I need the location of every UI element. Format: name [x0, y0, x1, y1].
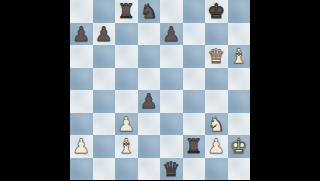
- piece-white-king[interactable]: ♚: [228, 135, 251, 158]
- square-e5[interactable]: [160, 68, 183, 91]
- square-c2[interactable]: ♝: [115, 135, 138, 158]
- piece-black-knight[interactable]: ♞: [138, 0, 161, 23]
- square-e6[interactable]: [160, 45, 183, 68]
- square-d6[interactable]: [138, 45, 161, 68]
- square-f1[interactable]: [183, 158, 206, 181]
- square-c8[interactable]: ♜: [115, 0, 138, 23]
- square-b1[interactable]: [93, 158, 116, 181]
- square-e1[interactable]: ♛: [160, 158, 183, 181]
- square-e2[interactable]: [160, 135, 183, 158]
- square-a8[interactable]: [70, 0, 93, 23]
- piece-white-pawn[interactable]: ♟: [205, 135, 228, 158]
- square-f8[interactable]: [183, 0, 206, 23]
- piece-white-bishop[interactable]: ♝: [115, 135, 138, 158]
- square-d7[interactable]: [138, 23, 161, 46]
- letterbox-right: [250, 0, 320, 180]
- square-h4[interactable]: [228, 90, 251, 113]
- piece-white-queen[interactable]: ♛: [205, 45, 228, 68]
- square-g8[interactable]: ♚: [205, 0, 228, 23]
- square-e3[interactable]: [160, 113, 183, 136]
- square-d1[interactable]: [138, 158, 161, 181]
- square-a2[interactable]: ♟: [70, 135, 93, 158]
- square-d2[interactable]: [138, 135, 161, 158]
- chess-board: ♜♞♚♟♟♟♛♝♟♟♞♟♝♜♟♚♛: [70, 0, 250, 180]
- piece-white-knight[interactable]: ♞: [205, 113, 228, 136]
- piece-black-pawn[interactable]: ♟: [138, 90, 161, 113]
- square-a7[interactable]: ♟: [70, 23, 93, 46]
- square-a1[interactable]: [70, 158, 93, 181]
- letterbox-left: [0, 0, 70, 180]
- square-g1[interactable]: [205, 158, 228, 181]
- piece-black-king[interactable]: ♚: [205, 0, 228, 23]
- square-h8[interactable]: [228, 0, 251, 23]
- square-g6[interactable]: ♛: [205, 45, 228, 68]
- piece-black-pawn[interactable]: ♟: [70, 23, 93, 46]
- square-g5[interactable]: [205, 68, 228, 91]
- square-f7[interactable]: [183, 23, 206, 46]
- piece-black-pawn[interactable]: ♟: [160, 23, 183, 46]
- square-a4[interactable]: [70, 90, 93, 113]
- square-c4[interactable]: [115, 90, 138, 113]
- square-b2[interactable]: [93, 135, 116, 158]
- square-e7[interactable]: ♟: [160, 23, 183, 46]
- piece-black-rook[interactable]: ♜: [183, 135, 206, 158]
- square-e8[interactable]: [160, 0, 183, 23]
- square-b6[interactable]: [93, 45, 116, 68]
- square-g2[interactable]: ♟: [205, 135, 228, 158]
- square-b3[interactable]: [93, 113, 116, 136]
- square-c5[interactable]: [115, 68, 138, 91]
- square-h5[interactable]: [228, 68, 251, 91]
- square-a3[interactable]: [70, 113, 93, 136]
- square-d4[interactable]: ♟: [138, 90, 161, 113]
- piece-white-pawn[interactable]: ♟: [115, 113, 138, 136]
- square-h6[interactable]: ♝: [228, 45, 251, 68]
- piece-black-pawn[interactable]: ♟: [93, 23, 116, 46]
- square-f6[interactable]: [183, 45, 206, 68]
- square-b7[interactable]: ♟: [93, 23, 116, 46]
- square-d5[interactable]: [138, 68, 161, 91]
- piece-white-bishop[interactable]: ♝: [228, 45, 251, 68]
- square-d3[interactable]: [138, 113, 161, 136]
- square-c6[interactable]: [115, 45, 138, 68]
- piece-black-rook[interactable]: ♜: [115, 0, 138, 23]
- square-f4[interactable]: [183, 90, 206, 113]
- square-a6[interactable]: [70, 45, 93, 68]
- square-h3[interactable]: [228, 113, 251, 136]
- square-f5[interactable]: [183, 68, 206, 91]
- square-b4[interactable]: [93, 90, 116, 113]
- square-g7[interactable]: [205, 23, 228, 46]
- square-b5[interactable]: [93, 68, 116, 91]
- square-h7[interactable]: [228, 23, 251, 46]
- square-g3[interactable]: ♞: [205, 113, 228, 136]
- square-h2[interactable]: ♚: [228, 135, 251, 158]
- square-c1[interactable]: [115, 158, 138, 181]
- square-c7[interactable]: [115, 23, 138, 46]
- square-b8[interactable]: [93, 0, 116, 23]
- piece-black-queen[interactable]: ♛: [160, 158, 183, 181]
- square-f2[interactable]: ♜: [183, 135, 206, 158]
- square-g4[interactable]: [205, 90, 228, 113]
- square-d8[interactable]: ♞: [138, 0, 161, 23]
- square-h1[interactable]: [228, 158, 251, 181]
- square-a5[interactable]: [70, 68, 93, 91]
- square-f3[interactable]: [183, 113, 206, 136]
- square-c3[interactable]: ♟: [115, 113, 138, 136]
- square-e4[interactable]: [160, 90, 183, 113]
- piece-white-pawn[interactable]: ♟: [70, 135, 93, 158]
